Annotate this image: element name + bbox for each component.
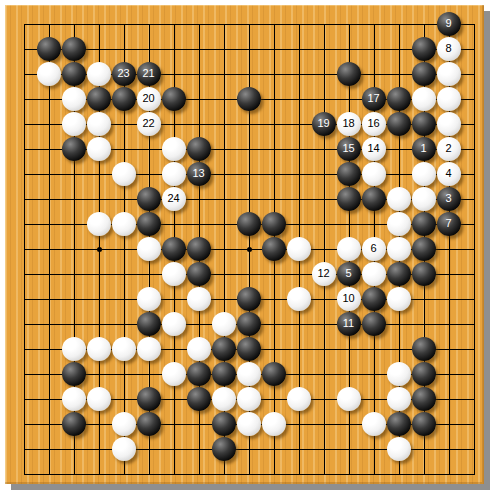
intersection-jp[interactable] — [236, 386, 261, 411]
intersection-ri[interactable]: 7 — [436, 211, 461, 236]
intersection-nf[interactable]: 15 — [336, 136, 361, 161]
intersection-fq[interactable] — [136, 411, 161, 436]
intersection-mm[interactable] — [311, 311, 336, 336]
intersection-ng[interactable] — [336, 161, 361, 186]
intersection-me[interactable]: 19 — [311, 111, 336, 136]
intersection-ce[interactable] — [61, 111, 86, 136]
intersection-fb[interactable] — [136, 36, 161, 61]
intersection-rf[interactable]: 2 — [436, 136, 461, 161]
intersection-oa[interactable] — [361, 11, 386, 36]
intersection-gm[interactable] — [161, 311, 186, 336]
intersection-jg[interactable] — [236, 161, 261, 186]
intersection-or[interactable] — [361, 436, 386, 461]
intersection-ga[interactable] — [161, 11, 186, 36]
intersection-el[interactable] — [111, 286, 136, 311]
intersection-rj[interactable] — [436, 236, 461, 261]
intersection-hq[interactable] — [186, 411, 211, 436]
intersection-nl[interactable]: 10 — [336, 286, 361, 311]
intersection-of[interactable]: 14 — [361, 136, 386, 161]
intersection-oi[interactable] — [361, 211, 386, 236]
intersection-cq[interactable] — [61, 411, 86, 436]
intersection-jm[interactable] — [236, 311, 261, 336]
intersection-ra[interactable]: 9 — [436, 11, 461, 36]
intersection-ia[interactable] — [211, 11, 236, 36]
intersection-aq[interactable] — [11, 411, 36, 436]
intersection-eo[interactable] — [111, 361, 136, 386]
intersection-fj[interactable] — [136, 236, 161, 261]
intersection-qf[interactable]: 1 — [411, 136, 436, 161]
intersection-od[interactable]: 17 — [361, 86, 386, 111]
intersection-js[interactable] — [236, 461, 261, 486]
intersection-sp[interactable] — [461, 386, 486, 411]
intersection-sm[interactable] — [461, 311, 486, 336]
intersection-ii[interactable] — [211, 211, 236, 236]
intersection-hh[interactable] — [186, 186, 211, 211]
intersection-gg[interactable] — [161, 161, 186, 186]
intersection-sg[interactable] — [461, 161, 486, 186]
intersection-ip[interactable] — [211, 386, 236, 411]
intersection-qj[interactable] — [411, 236, 436, 261]
intersection-aa[interactable] — [11, 11, 36, 36]
intersection-cs[interactable] — [61, 461, 86, 486]
intersection-jh[interactable] — [236, 186, 261, 211]
intersection-mo[interactable] — [311, 361, 336, 386]
intersection-pe[interactable] — [386, 111, 411, 136]
intersection-is[interactable] — [211, 461, 236, 486]
intersection-nd[interactable] — [336, 86, 361, 111]
intersection-hp[interactable] — [186, 386, 211, 411]
intersection-fs[interactable] — [136, 461, 161, 486]
intersection-cb[interactable] — [61, 36, 86, 61]
intersection-si[interactable] — [461, 211, 486, 236]
intersection-mb[interactable] — [311, 36, 336, 61]
intersection-qg[interactable] — [411, 161, 436, 186]
intersection-qn[interactable] — [411, 336, 436, 361]
intersection-if[interactable] — [211, 136, 236, 161]
intersection-jk[interactable] — [236, 261, 261, 286]
intersection-rd[interactable] — [436, 86, 461, 111]
intersection-re[interactable] — [436, 111, 461, 136]
intersection-hd[interactable] — [186, 86, 211, 111]
intersection-fo[interactable] — [136, 361, 161, 386]
intersection-hc[interactable] — [186, 61, 211, 86]
intersection-dl[interactable] — [86, 286, 111, 311]
intersection-fa[interactable] — [136, 11, 161, 36]
intersection-la[interactable] — [286, 11, 311, 36]
intersection-ef[interactable] — [111, 136, 136, 161]
intersection-be[interactable] — [36, 111, 61, 136]
intersection-fp[interactable] — [136, 386, 161, 411]
intersection-jl[interactable] — [236, 286, 261, 311]
intersection-kd[interactable] — [261, 86, 286, 111]
intersection-pg[interactable] — [386, 161, 411, 186]
intersection-qb[interactable] — [411, 36, 436, 61]
intersection-in[interactable] — [211, 336, 236, 361]
intersection-km[interactable] — [261, 311, 286, 336]
intersection-lq[interactable] — [286, 411, 311, 436]
intersection-rc[interactable] — [436, 61, 461, 86]
intersection-qr[interactable] — [411, 436, 436, 461]
intersection-bd[interactable] — [36, 86, 61, 111]
intersection-hm[interactable] — [186, 311, 211, 336]
intersection-on[interactable] — [361, 336, 386, 361]
intersection-rh[interactable]: 3 — [436, 186, 461, 211]
intersection-om[interactable] — [361, 311, 386, 336]
intersection-ol[interactable] — [361, 286, 386, 311]
intersection-jf[interactable] — [236, 136, 261, 161]
intersection-bh[interactable] — [36, 186, 61, 211]
intersection-ck[interactable] — [61, 261, 86, 286]
intersection-bs[interactable] — [36, 461, 61, 486]
intersection-eq[interactable] — [111, 411, 136, 436]
intersection-pm[interactable] — [386, 311, 411, 336]
intersection-ad[interactable] — [11, 86, 36, 111]
intersection-pr[interactable] — [386, 436, 411, 461]
intersection-kk[interactable] — [261, 261, 286, 286]
intersection-fh[interactable] — [136, 186, 161, 211]
intersection-fc[interactable]: 21 — [136, 61, 161, 86]
intersection-io[interactable] — [211, 361, 236, 386]
intersection-ih[interactable] — [211, 186, 236, 211]
intersection-eg[interactable] — [111, 161, 136, 186]
intersection-qc[interactable] — [411, 61, 436, 86]
intersection-bg[interactable] — [36, 161, 61, 186]
intersection-oj[interactable]: 6 — [361, 236, 386, 261]
intersection-ch[interactable] — [61, 186, 86, 211]
intersection-sn[interactable] — [461, 336, 486, 361]
intersection-fd[interactable]: 20 — [136, 86, 161, 111]
intersection-hr[interactable] — [186, 436, 211, 461]
intersection-mj[interactable] — [311, 236, 336, 261]
intersection-bc[interactable] — [36, 61, 61, 86]
intersection-jd[interactable] — [236, 86, 261, 111]
intersection-ml[interactable] — [311, 286, 336, 311]
intersection-ke[interactable] — [261, 111, 286, 136]
intersection-rp[interactable] — [436, 386, 461, 411]
intersection-nj[interactable] — [336, 236, 361, 261]
intersection-ak[interactable] — [11, 261, 36, 286]
intersection-sf[interactable] — [461, 136, 486, 161]
intersection-pi[interactable] — [386, 211, 411, 236]
intersection-jq[interactable] — [236, 411, 261, 436]
intersection-de[interactable] — [86, 111, 111, 136]
intersection-fi[interactable] — [136, 211, 161, 236]
intersection-kj[interactable] — [261, 236, 286, 261]
intersection-bp[interactable] — [36, 386, 61, 411]
intersection-ar[interactable] — [11, 436, 36, 461]
intersection-ao[interactable] — [11, 361, 36, 386]
intersection-fn[interactable] — [136, 336, 161, 361]
intersection-hf[interactable] — [186, 136, 211, 161]
intersection-an[interactable] — [11, 336, 36, 361]
intersection-sd[interactable] — [461, 86, 486, 111]
intersection-eb[interactable] — [111, 36, 136, 61]
intersection-gk[interactable] — [161, 261, 186, 286]
intersection-dg[interactable] — [86, 161, 111, 186]
intersection-ai[interactable] — [11, 211, 36, 236]
intersection-cc[interactable] — [61, 61, 86, 86]
intersection-lh[interactable] — [286, 186, 311, 211]
intersection-ph[interactable] — [386, 186, 411, 211]
intersection-lr[interactable] — [286, 436, 311, 461]
intersection-ab[interactable] — [11, 36, 36, 61]
intersection-ei[interactable] — [111, 211, 136, 236]
intersection-rl[interactable] — [436, 286, 461, 311]
intersection-gr[interactable] — [161, 436, 186, 461]
intersection-os[interactable] — [361, 461, 386, 486]
intersection-nm[interactable]: 11 — [336, 311, 361, 336]
intersection-dj[interactable] — [86, 236, 111, 261]
intersection-ee[interactable] — [111, 111, 136, 136]
intersection-hi[interactable] — [186, 211, 211, 236]
intersection-as[interactable] — [11, 461, 36, 486]
intersection-li[interactable] — [286, 211, 311, 236]
intersection-jo[interactable] — [236, 361, 261, 386]
intersection-cg[interactable] — [61, 161, 86, 186]
intersection-dm[interactable] — [86, 311, 111, 336]
intersection-hb[interactable] — [186, 36, 211, 61]
intersection-bi[interactable] — [36, 211, 61, 236]
intersection-nr[interactable] — [336, 436, 361, 461]
intersection-mg[interactable] — [311, 161, 336, 186]
intersection-rg[interactable]: 4 — [436, 161, 461, 186]
intersection-ls[interactable] — [286, 461, 311, 486]
intersection-ci[interactable] — [61, 211, 86, 236]
intersection-il[interactable] — [211, 286, 236, 311]
intersection-ij[interactable] — [211, 236, 236, 261]
intersection-ae[interactable] — [11, 111, 36, 136]
intersection-op[interactable] — [361, 386, 386, 411]
intersection-ka[interactable] — [261, 11, 286, 36]
intersection-bm[interactable] — [36, 311, 61, 336]
intersection-nk[interactable]: 5 — [336, 261, 361, 286]
intersection-ep[interactable] — [111, 386, 136, 411]
intersection-im[interactable] — [211, 311, 236, 336]
intersection-qq[interactable] — [411, 411, 436, 436]
intersection-pd[interactable] — [386, 86, 411, 111]
intersection-jj[interactable] — [236, 236, 261, 261]
intersection-cd[interactable] — [61, 86, 86, 111]
intersection-id[interactable] — [211, 86, 236, 111]
intersection-dr[interactable] — [86, 436, 111, 461]
intersection-pc[interactable] — [386, 61, 411, 86]
intersection-br[interactable] — [36, 436, 61, 461]
intersection-gb[interactable] — [161, 36, 186, 61]
intersection-en[interactable] — [111, 336, 136, 361]
intersection-gi[interactable] — [161, 211, 186, 236]
intersection-hn[interactable] — [186, 336, 211, 361]
intersection-ha[interactable] — [186, 11, 211, 36]
intersection-ji[interactable] — [236, 211, 261, 236]
intersection-qp[interactable] — [411, 386, 436, 411]
intersection-ir[interactable] — [211, 436, 236, 461]
intersection-gd[interactable] — [161, 86, 186, 111]
intersection-rn[interactable] — [436, 336, 461, 361]
intersection-kg[interactable] — [261, 161, 286, 186]
intersection-ff[interactable] — [136, 136, 161, 161]
intersection-ig[interactable] — [211, 161, 236, 186]
intersection-md[interactable] — [311, 86, 336, 111]
intersection-gp[interactable] — [161, 386, 186, 411]
intersection-bq[interactable] — [36, 411, 61, 436]
intersection-er[interactable] — [111, 436, 136, 461]
intersection-mh[interactable] — [311, 186, 336, 211]
intersection-dq[interactable] — [86, 411, 111, 436]
intersection-qs[interactable] — [411, 461, 436, 486]
intersection-dk[interactable] — [86, 261, 111, 286]
intersection-go[interactable] — [161, 361, 186, 386]
intersection-hk[interactable] — [186, 261, 211, 286]
intersection-ne[interactable]: 18 — [336, 111, 361, 136]
intersection-mi[interactable] — [311, 211, 336, 236]
intersection-dp[interactable] — [86, 386, 111, 411]
intersection-nq[interactable] — [336, 411, 361, 436]
intersection-oh[interactable] — [361, 186, 386, 211]
intersection-jn[interactable] — [236, 336, 261, 361]
intersection-rs[interactable] — [436, 461, 461, 486]
intersection-ja[interactable] — [236, 11, 261, 36]
intersection-db[interactable] — [86, 36, 111, 61]
intersection-nh[interactable] — [336, 186, 361, 211]
intersection-na[interactable] — [336, 11, 361, 36]
intersection-gn[interactable] — [161, 336, 186, 361]
intersection-ag[interactable] — [11, 161, 36, 186]
intersection-ql[interactable] — [411, 286, 436, 311]
intersection-qa[interactable] — [411, 11, 436, 36]
intersection-bl[interactable] — [36, 286, 61, 311]
intersection-bb[interactable] — [36, 36, 61, 61]
intersection-fr[interactable] — [136, 436, 161, 461]
intersection-gh[interactable]: 24 — [161, 186, 186, 211]
intersection-bk[interactable] — [36, 261, 61, 286]
intersection-cp[interactable] — [61, 386, 86, 411]
intersection-dd[interactable] — [86, 86, 111, 111]
intersection-ik[interactable] — [211, 261, 236, 286]
intersection-iq[interactable] — [211, 411, 236, 436]
intersection-lb[interactable] — [286, 36, 311, 61]
intersection-sl[interactable] — [461, 286, 486, 311]
intersection-pn[interactable] — [386, 336, 411, 361]
intersection-oe[interactable]: 16 — [361, 111, 386, 136]
intersection-ko[interactable] — [261, 361, 286, 386]
intersection-ll[interactable] — [286, 286, 311, 311]
intersection-qo[interactable] — [411, 361, 436, 386]
intersection-gj[interactable] — [161, 236, 186, 261]
intersection-ob[interactable] — [361, 36, 386, 61]
intersection-kn[interactable] — [261, 336, 286, 361]
intersection-no[interactable] — [336, 361, 361, 386]
intersection-nc[interactable] — [336, 61, 361, 86]
intersection-sq[interactable] — [461, 411, 486, 436]
intersection-ah[interactable] — [11, 186, 36, 211]
intersection-lf[interactable] — [286, 136, 311, 161]
intersection-fe[interactable]: 22 — [136, 111, 161, 136]
intersection-sc[interactable] — [461, 61, 486, 86]
intersection-ej[interactable] — [111, 236, 136, 261]
intersection-qd[interactable] — [411, 86, 436, 111]
intersection-oc[interactable] — [361, 61, 386, 86]
intersection-kq[interactable] — [261, 411, 286, 436]
intersection-cl[interactable] — [61, 286, 86, 311]
intersection-gf[interactable] — [161, 136, 186, 161]
intersection-qi[interactable] — [411, 211, 436, 236]
intersection-pb[interactable] — [386, 36, 411, 61]
intersection-ma[interactable] — [311, 11, 336, 36]
intersection-ic[interactable] — [211, 61, 236, 86]
intersection-oo[interactable] — [361, 361, 386, 386]
intersection-rr[interactable] — [436, 436, 461, 461]
intersection-lc[interactable] — [286, 61, 311, 86]
intersection-gq[interactable] — [161, 411, 186, 436]
intersection-rb[interactable]: 8 — [436, 36, 461, 61]
intersection-np[interactable] — [336, 386, 361, 411]
intersection-ro[interactable] — [436, 361, 461, 386]
intersection-lj[interactable] — [286, 236, 311, 261]
intersection-bf[interactable] — [36, 136, 61, 161]
intersection-ok[interactable] — [361, 261, 386, 286]
intersection-pq[interactable] — [386, 411, 411, 436]
intersection-ap[interactable] — [11, 386, 36, 411]
intersection-se[interactable] — [461, 111, 486, 136]
intersection-cj[interactable] — [61, 236, 86, 261]
intersection-qh[interactable] — [411, 186, 436, 211]
intersection-oq[interactable] — [361, 411, 386, 436]
intersection-dn[interactable] — [86, 336, 111, 361]
intersection-bj[interactable] — [36, 236, 61, 261]
intersection-ac[interactable] — [11, 61, 36, 86]
intersection-ms[interactable] — [311, 461, 336, 486]
intersection-ho[interactable] — [186, 361, 211, 386]
intersection-lo[interactable] — [286, 361, 311, 386]
intersection-lp[interactable] — [286, 386, 311, 411]
intersection-ss[interactable] — [461, 461, 486, 486]
intersection-kp[interactable] — [261, 386, 286, 411]
intersection-ea[interactable] — [111, 11, 136, 36]
intersection-mc[interactable] — [311, 61, 336, 86]
intersection-es[interactable] — [111, 461, 136, 486]
intersection-jr[interactable] — [236, 436, 261, 461]
intersection-ds[interactable] — [86, 461, 111, 486]
intersection-cn[interactable] — [61, 336, 86, 361]
intersection-sk[interactable] — [461, 261, 486, 286]
intersection-fl[interactable] — [136, 286, 161, 311]
intersection-qe[interactable] — [411, 111, 436, 136]
intersection-dc[interactable] — [86, 61, 111, 86]
intersection-sh[interactable] — [461, 186, 486, 211]
intersection-ni[interactable] — [336, 211, 361, 236]
intersection-cf[interactable] — [61, 136, 86, 161]
intersection-pa[interactable] — [386, 11, 411, 36]
intersection-fm[interactable] — [136, 311, 161, 336]
intersection-ca[interactable] — [61, 11, 86, 36]
intersection-ed[interactable] — [111, 86, 136, 111]
intersection-bo[interactable] — [36, 361, 61, 386]
intersection-sj[interactable] — [461, 236, 486, 261]
intersection-hg[interactable]: 13 — [186, 161, 211, 186]
intersection-df[interactable] — [86, 136, 111, 161]
intersection-ba[interactable] — [36, 11, 61, 36]
intersection-ib[interactable] — [211, 36, 236, 61]
intersection-fg[interactable] — [136, 161, 161, 186]
intersection-pp[interactable] — [386, 386, 411, 411]
intersection-qm[interactable] — [411, 311, 436, 336]
intersection-af[interactable] — [11, 136, 36, 161]
intersection-eh[interactable] — [111, 186, 136, 211]
intersection-nn[interactable] — [336, 336, 361, 361]
intersection-og[interactable] — [361, 161, 386, 186]
intersection-lm[interactable] — [286, 311, 311, 336]
intersection-je[interactable] — [236, 111, 261, 136]
